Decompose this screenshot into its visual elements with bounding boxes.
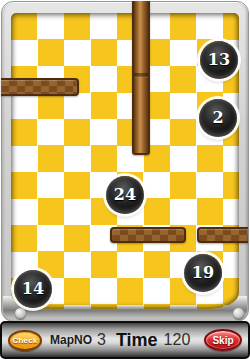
control-bar: Check MapNO 3 Time 120 Skip xyxy=(0,321,250,359)
wooden-bar-left xyxy=(1,78,79,96)
check-button[interactable]: Check xyxy=(8,330,42,351)
ball-13[interactable]: 13 xyxy=(200,41,238,79)
game-screen: 13 2 24 14 19 Check MapNO 3 Time 120 Ski… xyxy=(0,0,250,359)
screw-right-icon xyxy=(233,308,244,319)
ball-number: 24 xyxy=(114,187,136,203)
ball-2[interactable]: 2 xyxy=(199,99,237,137)
map-number-label: MapNO xyxy=(50,333,92,347)
time-value: 120 xyxy=(164,331,191,349)
ball-24[interactable]: 24 xyxy=(106,176,144,214)
skip-button[interactable]: Skip xyxy=(204,329,242,351)
screw-left-icon xyxy=(15,308,26,319)
ball-number: 13 xyxy=(208,52,230,68)
ball-number: 14 xyxy=(22,281,44,297)
skip-button-label: Skip xyxy=(212,335,233,346)
ball-19[interactable]: 19 xyxy=(184,254,222,292)
time-label: Time xyxy=(116,330,158,351)
wooden-bar-vertical-top xyxy=(132,1,150,155)
wooden-bar-bottom-middle xyxy=(110,227,186,243)
ball-number: 2 xyxy=(212,110,223,126)
ball-14[interactable]: 14 xyxy=(14,270,52,308)
ball-number: 19 xyxy=(192,265,214,281)
wooden-bar-bottom-right xyxy=(197,227,248,243)
map-number-value: 3 xyxy=(97,331,106,349)
check-button-label: Check xyxy=(12,336,37,345)
